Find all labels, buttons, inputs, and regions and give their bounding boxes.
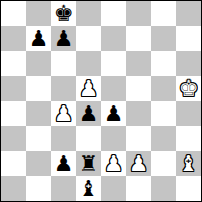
square-f7 [126, 26, 151, 51]
square-c3 [51, 126, 76, 151]
square-c1 [51, 176, 76, 201]
square-f1 [126, 176, 151, 201]
square-h5: ♚ [176, 76, 201, 101]
square-f4 [126, 101, 151, 126]
square-a5 [1, 76, 26, 101]
square-a6 [1, 51, 26, 76]
square-b1 [26, 176, 51, 201]
square-c8: ♚ [51, 1, 76, 26]
square-f3 [126, 126, 151, 151]
square-b3 [26, 126, 51, 151]
square-e6 [101, 51, 126, 76]
square-g7 [151, 26, 176, 51]
square-h6 [176, 51, 201, 76]
square-g1 [151, 176, 176, 201]
white-bishop-h2: ♝ [176, 151, 201, 176]
square-b7: ♟ [26, 26, 51, 51]
white-pawn-d5: ♟ [76, 76, 101, 101]
square-g5 [151, 76, 176, 101]
square-e4: ♟ [101, 101, 126, 126]
black-pawn-c2: ♟ [51, 151, 76, 176]
black-pawn-e4: ♟ [101, 101, 126, 126]
square-b5 [26, 76, 51, 101]
square-g2 [151, 151, 176, 176]
square-f8 [126, 1, 151, 26]
square-c4: ♟ [51, 101, 76, 126]
black-rook-d2: ♜ [76, 151, 101, 176]
square-c5 [51, 76, 76, 101]
white-king-h5: ♚ [176, 76, 201, 101]
black-bishop-d1: ♝ [76, 176, 101, 201]
square-e3 [101, 126, 126, 151]
square-f2: ♟ [126, 151, 151, 176]
square-h8 [176, 1, 201, 26]
square-e5 [101, 76, 126, 101]
square-e2: ♟ [101, 151, 126, 176]
square-b4 [26, 101, 51, 126]
square-d7 [76, 26, 101, 51]
white-pawn-f2: ♟ [126, 151, 151, 176]
square-c2: ♟ [51, 151, 76, 176]
square-e7 [101, 26, 126, 51]
square-f5 [126, 76, 151, 101]
square-g4 [151, 101, 176, 126]
black-pawn-c7: ♟ [51, 26, 76, 51]
black-king-c8: ♚ [51, 1, 76, 26]
black-pawn-d4: ♟ [76, 101, 101, 126]
chess-board: ♚♟♟♟♚♟♟♟♟♜♟♟♝♝ [0, 0, 202, 202]
square-h2: ♝ [176, 151, 201, 176]
square-c7: ♟ [51, 26, 76, 51]
square-a7 [1, 26, 26, 51]
square-d3 [76, 126, 101, 151]
square-g6 [151, 51, 176, 76]
square-h4 [176, 101, 201, 126]
square-a4 [1, 101, 26, 126]
square-g3 [151, 126, 176, 151]
square-d2: ♜ [76, 151, 101, 176]
square-b2 [26, 151, 51, 176]
square-b6 [26, 51, 51, 76]
square-b8 [26, 1, 51, 26]
square-h3 [176, 126, 201, 151]
square-a1 [1, 176, 26, 201]
square-d8 [76, 1, 101, 26]
square-d6 [76, 51, 101, 76]
black-pawn-b7: ♟ [26, 26, 51, 51]
square-f6 [126, 51, 151, 76]
white-pawn-c4: ♟ [51, 101, 76, 126]
square-h7 [176, 26, 201, 51]
square-a8 [1, 1, 26, 26]
square-h1 [176, 176, 201, 201]
white-pawn-e2: ♟ [101, 151, 126, 176]
square-d1: ♝ [76, 176, 101, 201]
square-d4: ♟ [76, 101, 101, 126]
square-g8 [151, 1, 176, 26]
square-e8 [101, 1, 126, 26]
square-c6 [51, 51, 76, 76]
square-a2 [1, 151, 26, 176]
square-e1 [101, 176, 126, 201]
square-d5: ♟ [76, 76, 101, 101]
square-a3 [1, 126, 26, 151]
